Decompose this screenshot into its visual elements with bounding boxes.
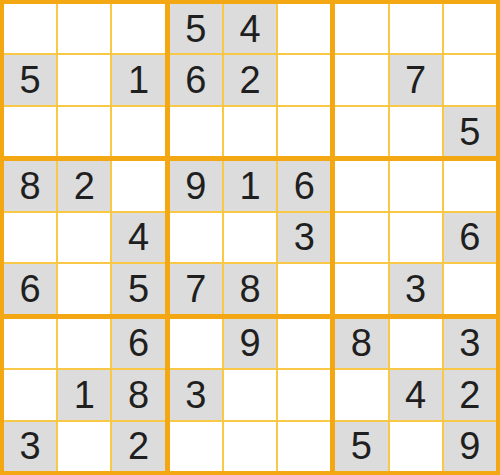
cell-r2c1: 5: [4, 55, 56, 104]
cell-r7c8[interactable]: [390, 319, 442, 368]
cell-r9c6[interactable]: [278, 422, 330, 471]
cell-r3c2[interactable]: [58, 107, 110, 156]
cell-r9c1: 3: [4, 422, 56, 471]
box-3-1: 61832: [4, 319, 165, 471]
cell-r8c4: 3: [170, 370, 222, 419]
cell-r5c2[interactable]: [58, 213, 110, 262]
cell-r5c7[interactable]: [335, 213, 387, 262]
cell-r1c9[interactable]: [444, 4, 496, 53]
cell-r6c3: 5: [112, 264, 164, 313]
cell-r4c8[interactable]: [390, 161, 442, 210]
cell-r5c3: 4: [112, 213, 164, 262]
cell-r9c5[interactable]: [224, 422, 276, 471]
cell-r8c7[interactable]: [335, 370, 387, 419]
sudoku-board: 5154627582465916378636183293834259: [0, 0, 500, 475]
cell-r9c7: 5: [335, 422, 387, 471]
box-3-2: 93: [170, 319, 331, 471]
box-2-1: 82465: [4, 161, 165, 313]
box-3-3: 834259: [335, 319, 496, 471]
cell-r5c5[interactable]: [224, 213, 276, 262]
cell-r2c8: 7: [390, 55, 442, 104]
cell-r1c4: 5: [170, 4, 222, 53]
cell-r5c4[interactable]: [170, 213, 222, 262]
box-1-3: 75: [335, 4, 496, 156]
cell-r7c3: 6: [112, 319, 164, 368]
cell-r6c7[interactable]: [335, 264, 387, 313]
cell-r2c3: 1: [112, 55, 164, 104]
cell-r1c3[interactable]: [112, 4, 164, 53]
cell-r4c2: 2: [58, 161, 110, 210]
cell-r7c5: 9: [224, 319, 276, 368]
cell-r4c7[interactable]: [335, 161, 387, 210]
cell-r8c3: 8: [112, 370, 164, 419]
cell-r2c6[interactable]: [278, 55, 330, 104]
cell-r5c1[interactable]: [4, 213, 56, 262]
cell-r4c3[interactable]: [112, 161, 164, 210]
cell-r3c1[interactable]: [4, 107, 56, 156]
cell-r7c9: 3: [444, 319, 496, 368]
cell-r3c3[interactable]: [112, 107, 164, 156]
cell-r2c7[interactable]: [335, 55, 387, 104]
cell-r3c9: 5: [444, 107, 496, 156]
cell-r9c8[interactable]: [390, 422, 442, 471]
cell-r1c6[interactable]: [278, 4, 330, 53]
cell-r4c9[interactable]: [444, 161, 496, 210]
cell-r7c7: 8: [335, 319, 387, 368]
cell-r6c2[interactable]: [58, 264, 110, 313]
box-1-1: 51: [4, 4, 165, 156]
cell-r2c4: 6: [170, 55, 222, 104]
cell-r4c5: 1: [224, 161, 276, 210]
cell-r2c9[interactable]: [444, 55, 496, 104]
cell-r9c4[interactable]: [170, 422, 222, 471]
cell-r1c1[interactable]: [4, 4, 56, 53]
cell-r9c2[interactable]: [58, 422, 110, 471]
cell-r6c6[interactable]: [278, 264, 330, 313]
cell-r1c7[interactable]: [335, 4, 387, 53]
cell-r8c8: 4: [390, 370, 442, 419]
cell-r7c4[interactable]: [170, 319, 222, 368]
cell-r3c4[interactable]: [170, 107, 222, 156]
cell-r5c9: 6: [444, 213, 496, 262]
cell-r2c2[interactable]: [58, 55, 110, 104]
cell-r8c5[interactable]: [224, 370, 276, 419]
cell-r7c2[interactable]: [58, 319, 110, 368]
cell-r3c8[interactable]: [390, 107, 442, 156]
cell-r5c8[interactable]: [390, 213, 442, 262]
cell-r6c5: 8: [224, 264, 276, 313]
cell-r1c2[interactable]: [58, 4, 110, 53]
cell-r8c6[interactable]: [278, 370, 330, 419]
box-2-3: 63: [335, 161, 496, 313]
cell-r6c8: 3: [390, 264, 442, 313]
cell-r9c9: 9: [444, 422, 496, 471]
cell-r6c4: 7: [170, 264, 222, 313]
cell-r8c2: 1: [58, 370, 110, 419]
cell-r2c5: 2: [224, 55, 276, 104]
box-2-2: 916378: [170, 161, 331, 313]
cell-r7c6[interactable]: [278, 319, 330, 368]
cell-r4c1: 8: [4, 161, 56, 210]
cell-r6c1: 6: [4, 264, 56, 313]
cell-r3c7[interactable]: [335, 107, 387, 156]
cell-r5c6: 3: [278, 213, 330, 262]
cell-r3c6[interactable]: [278, 107, 330, 156]
cell-r1c5: 4: [224, 4, 276, 53]
cell-r7c1[interactable]: [4, 319, 56, 368]
cell-r4c6: 6: [278, 161, 330, 210]
cell-r9c3: 2: [112, 422, 164, 471]
cell-r6c9[interactable]: [444, 264, 496, 313]
cell-r4c4: 9: [170, 161, 222, 210]
cell-r8c9: 2: [444, 370, 496, 419]
cell-r1c8[interactable]: [390, 4, 442, 53]
cell-r8c1[interactable]: [4, 370, 56, 419]
cell-r3c5[interactable]: [224, 107, 276, 156]
box-1-2: 5462: [170, 4, 331, 156]
